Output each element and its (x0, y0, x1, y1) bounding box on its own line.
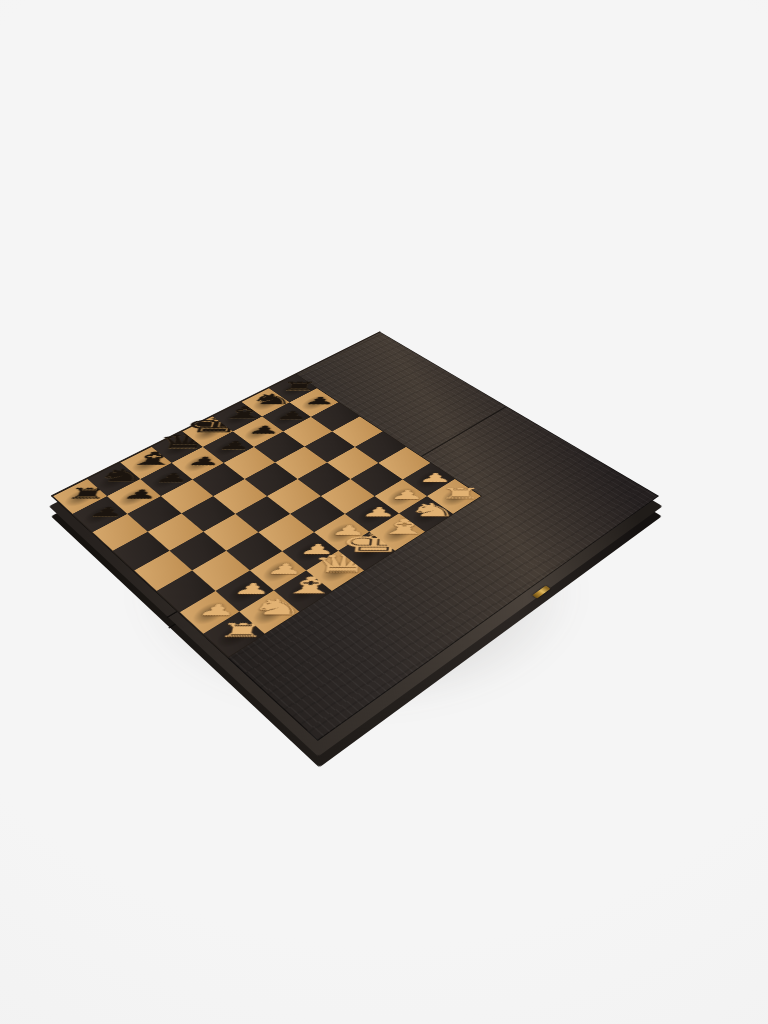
photo-background: ♜♞♝♛♚♝♞♜♟♟♟♟♟♟♟♟♟♟♟♟♟♟♟♟♜♞♝♛♚♝♞♜ (0, 0, 768, 1024)
scene: ♜♞♝♛♚♝♞♜♟♟♟♟♟♟♟♟♟♟♟♟♟♟♟♟♜♞♝♛♚♝♞♜ (0, 0, 768, 1024)
board-top-frame: ♜♞♝♛♚♝♞♜♟♟♟♟♟♟♟♟♟♟♟♟♟♟♟♟♜♞♝♛♚♝♞♜ (51, 332, 659, 741)
white-rook-h1[interactable]: ♜ (439, 487, 483, 501)
white-pawn-h2[interactable]: ♟ (417, 472, 453, 483)
chess-board: ♜♞♝♛♚♝♞♜♟♟♟♟♟♟♟♟♟♟♟♟♟♟♟♟♜♞♝♛♚♝♞♜ (51, 332, 659, 741)
